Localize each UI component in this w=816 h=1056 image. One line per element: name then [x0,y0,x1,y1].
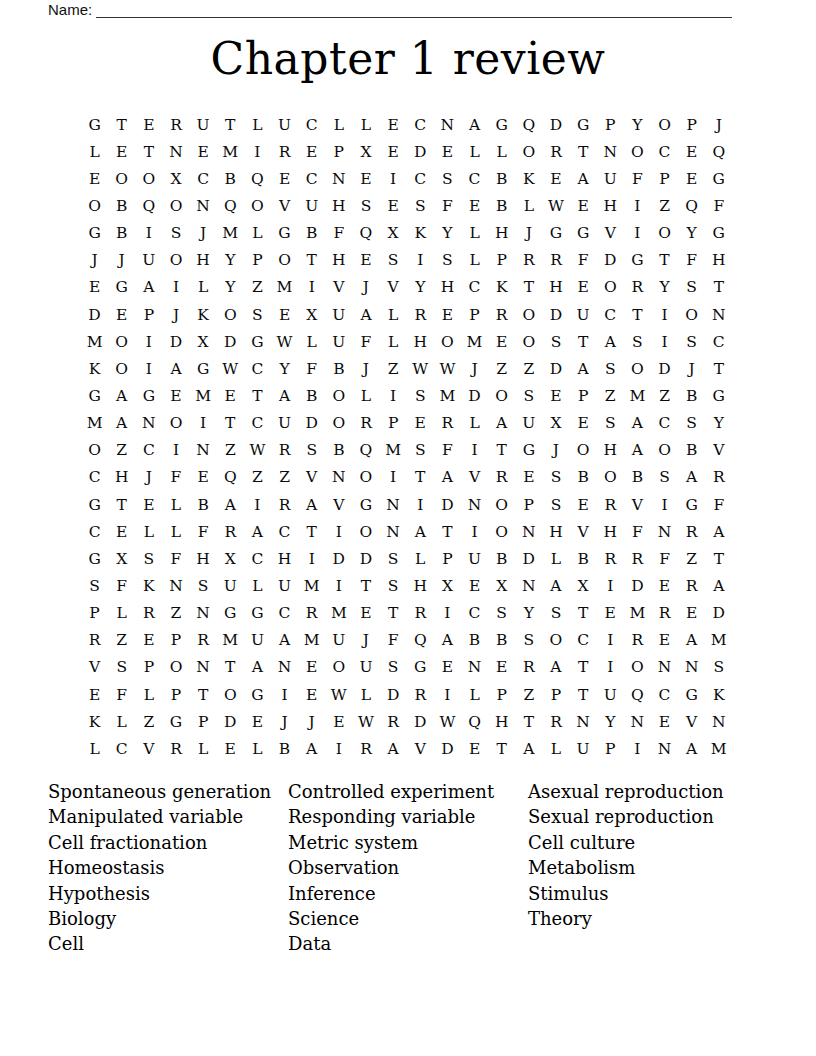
grid-cell-r12c4[interactable]: O [162,410,189,437]
grid-cell-r1c22[interactable]: O [651,111,678,138]
grid-cell-r6c1[interactable]: J [81,247,108,274]
grid-cell-r12c17[interactable]: U [515,410,542,437]
grid-cell-r11c2[interactable]: A [108,382,135,409]
grid-cell-r12c8[interactable]: U [271,410,298,437]
grid-cell-r16c10[interactable]: I [325,518,352,545]
grid-cell-r13c10[interactable]: B [325,437,352,464]
grid-cell-r7c9[interactable]: I [298,274,325,301]
grid-cell-r14c6[interactable]: Q [217,464,244,491]
grid-cell-r19c13[interactable]: R [407,600,434,627]
grid-cell-r19c9[interactable]: R [298,600,325,627]
grid-cell-r10c21[interactable]: O [624,355,651,382]
grid-cell-r6c5[interactable]: H [190,247,217,274]
grid-cell-r7c21[interactable]: R [624,274,651,301]
grid-cell-r19c16[interactable]: S [488,600,515,627]
grid-cell-r19c17[interactable]: Y [515,600,542,627]
grid-cell-r15c1[interactable]: G [81,491,108,518]
grid-cell-r9c24[interactable]: C [705,328,732,355]
grid-cell-r22c5[interactable]: T [190,681,217,708]
grid-cell-r6c16[interactable]: P [488,247,515,274]
grid-cell-r22c7[interactable]: G [244,681,271,708]
grid-cell-r8c1[interactable]: D [81,301,108,328]
grid-cell-r5c2[interactable]: B [108,220,135,247]
grid-cell-r15c19[interactable]: E [570,491,597,518]
grid-cell-r4c24[interactable]: F [705,192,732,219]
grid-cell-r18c22[interactable]: E [651,572,678,599]
grid-cell-r24c11[interactable]: R [352,735,379,762]
grid-cell-r18c17[interactable]: N [515,572,542,599]
grid-cell-r1c3[interactable]: E [135,111,162,138]
grid-cell-r5c7[interactable]: L [244,220,271,247]
grid-cell-r2c14[interactable]: E [434,138,461,165]
grid-cell-r6c4[interactable]: O [162,247,189,274]
grid-cell-r17c2[interactable]: X [108,545,135,572]
grid-cell-r12c12[interactable]: P [380,410,407,437]
grid-cell-r7c12[interactable]: V [380,274,407,301]
grid-cell-r20c18[interactable]: O [542,627,569,654]
grid-cell-r16c7[interactable]: A [244,518,271,545]
grid-cell-r13c22[interactable]: O [651,437,678,464]
grid-cell-r18c7[interactable]: L [244,572,271,599]
grid-cell-r15c18[interactable]: S [542,491,569,518]
grid-cell-r13c2[interactable]: Z [108,437,135,464]
grid-cell-r2c20[interactable]: N [597,138,624,165]
grid-cell-r6c7[interactable]: P [244,247,271,274]
grid-cell-r16c16[interactable]: O [488,518,515,545]
grid-cell-r4c5[interactable]: N [190,192,217,219]
grid-cell-r17c10[interactable]: D [325,545,352,572]
grid-cell-r23c16[interactable]: H [488,708,515,735]
grid-cell-r9c12[interactable]: L [380,328,407,355]
grid-cell-r1c15[interactable]: A [461,111,488,138]
grid-cell-r5c4[interactable]: S [162,220,189,247]
grid-cell-r22c10[interactable]: W [325,681,352,708]
grid-cell-r18c6[interactable]: U [217,572,244,599]
grid-cell-r5c21[interactable]: I [624,220,651,247]
grid-cell-r14c22[interactable]: S [651,464,678,491]
grid-cell-r19c8[interactable]: C [271,600,298,627]
grid-cell-r23c10[interactable]: E [325,708,352,735]
grid-cell-r11c5[interactable]: M [190,382,217,409]
grid-cell-r3c9[interactable]: C [298,165,325,192]
grid-cell-r4c19[interactable]: E [570,192,597,219]
grid-cell-r2c13[interactable]: D [407,138,434,165]
grid-cell-r3c24[interactable]: G [705,165,732,192]
grid-cell-r8c6[interactable]: O [217,301,244,328]
grid-cell-r22c9[interactable]: E [298,681,325,708]
grid-cell-r2c1[interactable]: L [81,138,108,165]
grid-cell-r19c6[interactable]: G [217,600,244,627]
grid-cell-r1c2[interactable]: T [108,111,135,138]
grid-cell-r20c23[interactable]: A [678,627,705,654]
grid-cell-r13c19[interactable]: O [570,437,597,464]
grid-cell-r10c15[interactable]: J [461,355,488,382]
grid-cell-r18c10[interactable]: I [325,572,352,599]
grid-cell-r14c16[interactable]: R [488,464,515,491]
grid-cell-r6c6[interactable]: Y [217,247,244,274]
grid-cell-r16c13[interactable]: A [407,518,434,545]
grid-cell-r22c22[interactable]: C [651,681,678,708]
grid-cell-r21c22[interactable]: N [651,654,678,681]
grid-cell-r3c16[interactable]: B [488,165,515,192]
grid-cell-r19c10[interactable]: M [325,600,352,627]
grid-cell-r23c14[interactable]: W [434,708,461,735]
grid-cell-r7c3[interactable]: A [135,274,162,301]
grid-cell-r17c16[interactable]: B [488,545,515,572]
grid-cell-r7c18[interactable]: H [542,274,569,301]
grid-cell-r15c24[interactable]: F [705,491,732,518]
grid-cell-r11c11[interactable]: L [352,382,379,409]
grid-cell-r13c15[interactable]: I [461,437,488,464]
grid-cell-r1c6[interactable]: T [217,111,244,138]
grid-cell-r12c11[interactable]: R [352,410,379,437]
grid-cell-r10c4[interactable]: A [162,355,189,382]
grid-cell-r8c2[interactable]: E [108,301,135,328]
grid-cell-r13c5[interactable]: N [190,437,217,464]
grid-cell-r21c21[interactable]: O [624,654,651,681]
grid-cell-r3c7[interactable]: Q [244,165,271,192]
grid-cell-r23c20[interactable]: Y [597,708,624,735]
grid-cell-r12c7[interactable]: C [244,410,271,437]
grid-cell-r20c6[interactable]: M [217,627,244,654]
grid-cell-r11c19[interactable]: P [570,382,597,409]
grid-cell-r16c18[interactable]: H [542,518,569,545]
grid-cell-r11c6[interactable]: E [217,382,244,409]
grid-cell-r20c7[interactable]: U [244,627,271,654]
grid-cell-r12c23[interactable]: S [678,410,705,437]
grid-cell-r20c11[interactable]: J [352,627,379,654]
grid-cell-r13c14[interactable]: F [434,437,461,464]
grid-cell-r2c18[interactable]: R [542,138,569,165]
grid-cell-r6c14[interactable]: S [434,247,461,274]
grid-cell-r18c13[interactable]: H [407,572,434,599]
grid-cell-r21c6[interactable]: T [217,654,244,681]
grid-cell-r12c9[interactable]: D [298,410,325,437]
grid-cell-r14c13[interactable]: T [407,464,434,491]
grid-cell-r24c1[interactable]: L [81,735,108,762]
grid-cell-r11c10[interactable]: O [325,382,352,409]
grid-cell-r3c13[interactable]: C [407,165,434,192]
grid-cell-r13c23[interactable]: B [678,437,705,464]
grid-cell-r24c16[interactable]: T [488,735,515,762]
grid-cell-r21c7[interactable]: A [244,654,271,681]
grid-cell-r3c19[interactable]: A [570,165,597,192]
grid-cell-r23c7[interactable]: E [244,708,271,735]
grid-cell-r2c21[interactable]: O [624,138,651,165]
grid-cell-r4c18[interactable]: W [542,192,569,219]
grid-cell-r24c17[interactable]: A [515,735,542,762]
grid-cell-r21c13[interactable]: G [407,654,434,681]
grid-cell-r9c22[interactable]: I [651,328,678,355]
grid-cell-r13c13[interactable]: S [407,437,434,464]
grid-cell-r2c8[interactable]: R [271,138,298,165]
grid-cell-r8c24[interactable]: N [705,301,732,328]
grid-cell-r1c14[interactable]: N [434,111,461,138]
grid-cell-r22c3[interactable]: L [135,681,162,708]
grid-cell-r5c17[interactable]: J [515,220,542,247]
grid-cell-r5c20[interactable]: V [597,220,624,247]
grid-cell-r4c6[interactable]: Q [217,192,244,219]
grid-cell-r14c21[interactable]: B [624,464,651,491]
grid-cell-r8c14[interactable]: E [434,301,461,328]
grid-cell-r7c11[interactable]: J [352,274,379,301]
grid-cell-r21c17[interactable]: R [515,654,542,681]
grid-cell-r5c24[interactable]: G [705,220,732,247]
grid-cell-r21c19[interactable]: T [570,654,597,681]
grid-cell-r7c17[interactable]: T [515,274,542,301]
grid-cell-r19c23[interactable]: E [678,600,705,627]
grid-cell-r17c22[interactable]: F [651,545,678,572]
grid-cell-r11c3[interactable]: G [135,382,162,409]
grid-cell-r17c6[interactable]: X [217,545,244,572]
grid-cell-r1c1[interactable]: G [81,111,108,138]
grid-cell-r16c22[interactable]: N [651,518,678,545]
grid-cell-r14c9[interactable]: V [298,464,325,491]
grid-cell-r7c1[interactable]: E [81,274,108,301]
grid-cell-r4c10[interactable]: H [325,192,352,219]
grid-cell-r16c3[interactable]: L [135,518,162,545]
grid-cell-r15c16[interactable]: O [488,491,515,518]
grid-cell-r6c15[interactable]: L [461,247,488,274]
grid-cell-r20c5[interactable]: R [190,627,217,654]
grid-cell-r3c6[interactable]: B [217,165,244,192]
grid-cell-r15c9[interactable]: A [298,491,325,518]
grid-cell-r4c21[interactable]: I [624,192,651,219]
grid-cell-r16c5[interactable]: F [190,518,217,545]
grid-cell-r1c19[interactable]: G [570,111,597,138]
grid-cell-r18c5[interactable]: S [190,572,217,599]
grid-cell-r19c18[interactable]: S [542,600,569,627]
grid-cell-r21c23[interactable]: N [678,654,705,681]
grid-cell-r8c11[interactable]: A [352,301,379,328]
grid-cell-r22c19[interactable]: T [570,681,597,708]
grid-cell-r4c2[interactable]: B [108,192,135,219]
grid-cell-r24c12[interactable]: A [380,735,407,762]
grid-cell-r16c21[interactable]: F [624,518,651,545]
grid-cell-r12c24[interactable]: Y [705,410,732,437]
grid-cell-r13c18[interactable]: J [542,437,569,464]
grid-cell-r3c10[interactable]: N [325,165,352,192]
grid-cell-r4c16[interactable]: B [488,192,515,219]
grid-cell-r5c12[interactable]: X [380,220,407,247]
grid-cell-r15c17[interactable]: P [515,491,542,518]
grid-cell-r22c11[interactable]: L [352,681,379,708]
grid-cell-r23c11[interactable]: W [352,708,379,735]
grid-cell-r19c2[interactable]: L [108,600,135,627]
grid-cell-r19c12[interactable]: T [380,600,407,627]
grid-cell-r10c10[interactable]: B [325,355,352,382]
grid-cell-r24c22[interactable]: N [651,735,678,762]
grid-cell-r5c6[interactable]: M [217,220,244,247]
grid-cell-r16c11[interactable]: O [352,518,379,545]
grid-cell-r13c4[interactable]: I [162,437,189,464]
grid-cell-r9c17[interactable]: O [515,328,542,355]
grid-cell-r10c20[interactable]: S [597,355,624,382]
grid-cell-r14c14[interactable]: A [434,464,461,491]
grid-cell-r13c6[interactable]: Z [217,437,244,464]
grid-cell-r22c1[interactable]: E [81,681,108,708]
grid-cell-r2c16[interactable]: L [488,138,515,165]
grid-cell-r10c17[interactable]: Z [515,355,542,382]
grid-cell-r21c15[interactable]: N [461,654,488,681]
grid-cell-r13c1[interactable]: O [81,437,108,464]
grid-cell-r23c21[interactable]: N [624,708,651,735]
grid-cell-r18c2[interactable]: F [108,572,135,599]
grid-cell-r15c15[interactable]: N [461,491,488,518]
grid-cell-r23c8[interactable]: J [271,708,298,735]
grid-cell-r10c3[interactable]: I [135,355,162,382]
grid-cell-r3c2[interactable]: O [108,165,135,192]
grid-cell-r7c24[interactable]: T [705,274,732,301]
grid-cell-r20c8[interactable]: A [271,627,298,654]
grid-cell-r21c20[interactable]: I [597,654,624,681]
grid-cell-r21c8[interactable]: N [271,654,298,681]
grid-cell-r11c14[interactable]: M [434,382,461,409]
grid-cell-r6c13[interactable]: I [407,247,434,274]
grid-cell-r14c10[interactable]: N [325,464,352,491]
grid-cell-r15c23[interactable]: G [678,491,705,518]
grid-cell-r14c1[interactable]: C [81,464,108,491]
grid-cell-r3c23[interactable]: E [678,165,705,192]
grid-cell-r23c23[interactable]: V [678,708,705,735]
grid-cell-r15c13[interactable]: I [407,491,434,518]
grid-cell-r6c9[interactable]: T [298,247,325,274]
grid-cell-r6c21[interactable]: G [624,247,651,274]
grid-cell-r11c8[interactable]: A [271,382,298,409]
grid-cell-r3c1[interactable]: E [81,165,108,192]
grid-cell-r19c19[interactable]: T [570,600,597,627]
grid-cell-r6c22[interactable]: T [651,247,678,274]
grid-cell-r20c1[interactable]: R [81,627,108,654]
grid-cell-r2c12[interactable]: E [380,138,407,165]
grid-cell-r8c22[interactable]: I [651,301,678,328]
grid-cell-r13c17[interactable]: G [515,437,542,464]
grid-cell-r17c14[interactable]: P [434,545,461,572]
grid-cell-r16c4[interactable]: L [162,518,189,545]
grid-cell-r6c19[interactable]: F [570,247,597,274]
grid-cell-r21c18[interactable]: A [542,654,569,681]
grid-cell-r19c15[interactable]: C [461,600,488,627]
grid-cell-r19c1[interactable]: P [81,600,108,627]
grid-cell-r11c16[interactable]: O [488,382,515,409]
grid-cell-r24c8[interactable]: B [271,735,298,762]
grid-cell-r2c15[interactable]: L [461,138,488,165]
grid-cell-r12c20[interactable]: S [597,410,624,437]
grid-cell-r6c8[interactable]: O [271,247,298,274]
grid-cell-r3c21[interactable]: F [624,165,651,192]
grid-cell-r1c21[interactable]: Y [624,111,651,138]
grid-cell-r21c3[interactable]: P [135,654,162,681]
grid-cell-r2c3[interactable]: T [135,138,162,165]
grid-cell-r10c16[interactable]: Z [488,355,515,382]
grid-cell-r8c8[interactable]: E [271,301,298,328]
grid-cell-r1c9[interactable]: C [298,111,325,138]
grid-cell-r1c16[interactable]: G [488,111,515,138]
grid-cell-r3c11[interactable]: E [352,165,379,192]
grid-cell-r14c7[interactable]: Z [244,464,271,491]
grid-cell-r2c22[interactable]: C [651,138,678,165]
grid-cell-r24c23[interactable]: A [678,735,705,762]
grid-cell-r24c7[interactable]: L [244,735,271,762]
grid-cell-r17c3[interactable]: S [135,545,162,572]
grid-cell-r24c24[interactable]: M [705,735,732,762]
grid-cell-r2c23[interactable]: E [678,138,705,165]
grid-cell-r9c14[interactable]: O [434,328,461,355]
grid-cell-r5c18[interactable]: G [542,220,569,247]
grid-cell-r12c13[interactable]: E [407,410,434,437]
grid-cell-r4c17[interactable]: L [515,192,542,219]
grid-cell-r23c22[interactable]: E [651,708,678,735]
grid-cell-r16c17[interactable]: N [515,518,542,545]
grid-cell-r11c15[interactable]: D [461,382,488,409]
grid-cell-r24c5[interactable]: L [190,735,217,762]
grid-cell-r2c10[interactable]: P [325,138,352,165]
grid-cell-r16c8[interactable]: C [271,518,298,545]
grid-cell-r5c22[interactable]: O [651,220,678,247]
grid-cell-r24c10[interactable]: I [325,735,352,762]
grid-cell-r4c13[interactable]: S [407,192,434,219]
grid-cell-r9c5[interactable]: X [190,328,217,355]
grid-cell-r21c2[interactable]: S [108,654,135,681]
grid-cell-r12c5[interactable]: I [190,410,217,437]
grid-cell-r21c10[interactable]: O [325,654,352,681]
grid-cell-r23c12[interactable]: R [380,708,407,735]
grid-cell-r13c12[interactable]: M [380,437,407,464]
grid-cell-r24c2[interactable]: C [108,735,135,762]
grid-cell-r4c8[interactable]: V [271,192,298,219]
grid-cell-r5c15[interactable]: L [461,220,488,247]
grid-cell-r21c11[interactable]: U [352,654,379,681]
grid-cell-r14c4[interactable]: F [162,464,189,491]
grid-cell-r10c8[interactable]: Y [271,355,298,382]
grid-cell-r7c4[interactable]: I [162,274,189,301]
grid-cell-r5c10[interactable]: F [325,220,352,247]
grid-cell-r20c19[interactable]: C [570,627,597,654]
grid-cell-r6c2[interactable]: J [108,247,135,274]
grid-cell-r6c10[interactable]: H [325,247,352,274]
grid-cell-r13c8[interactable]: R [271,437,298,464]
grid-cell-r11c17[interactable]: S [515,382,542,409]
grid-cell-r24c13[interactable]: V [407,735,434,762]
grid-cell-r24c6[interactable]: E [217,735,244,762]
grid-cell-r17c11[interactable]: D [352,545,379,572]
grid-cell-r21c12[interactable]: S [380,654,407,681]
grid-cell-r21c14[interactable]: E [434,654,461,681]
grid-cell-r13c21[interactable]: A [624,437,651,464]
grid-cell-r24c15[interactable]: E [461,735,488,762]
grid-cell-r14c8[interactable]: Z [271,464,298,491]
grid-cell-r15c6[interactable]: A [217,491,244,518]
grid-cell-r16c14[interactable]: T [434,518,461,545]
grid-cell-r9c13[interactable]: H [407,328,434,355]
grid-cell-r22c6[interactable]: O [217,681,244,708]
grid-cell-r21c1[interactable]: V [81,654,108,681]
grid-cell-r11c23[interactable]: B [678,382,705,409]
grid-cell-r14c2[interactable]: H [108,464,135,491]
grid-cell-r19c7[interactable]: G [244,600,271,627]
grid-cell-r7c19[interactable]: E [570,274,597,301]
grid-cell-r16c6[interactable]: R [217,518,244,545]
grid-cell-r8c3[interactable]: P [135,301,162,328]
grid-cell-r8c10[interactable]: U [325,301,352,328]
grid-cell-r17c20[interactable]: R [597,545,624,572]
grid-cell-r10c5[interactable]: G [190,355,217,382]
grid-cell-r14c20[interactable]: O [597,464,624,491]
grid-cell-r4c23[interactable]: Q [678,192,705,219]
grid-cell-r14c12[interactable]: I [380,464,407,491]
grid-cell-r20c12[interactable]: F [380,627,407,654]
grid-cell-r19c21[interactable]: M [624,600,651,627]
